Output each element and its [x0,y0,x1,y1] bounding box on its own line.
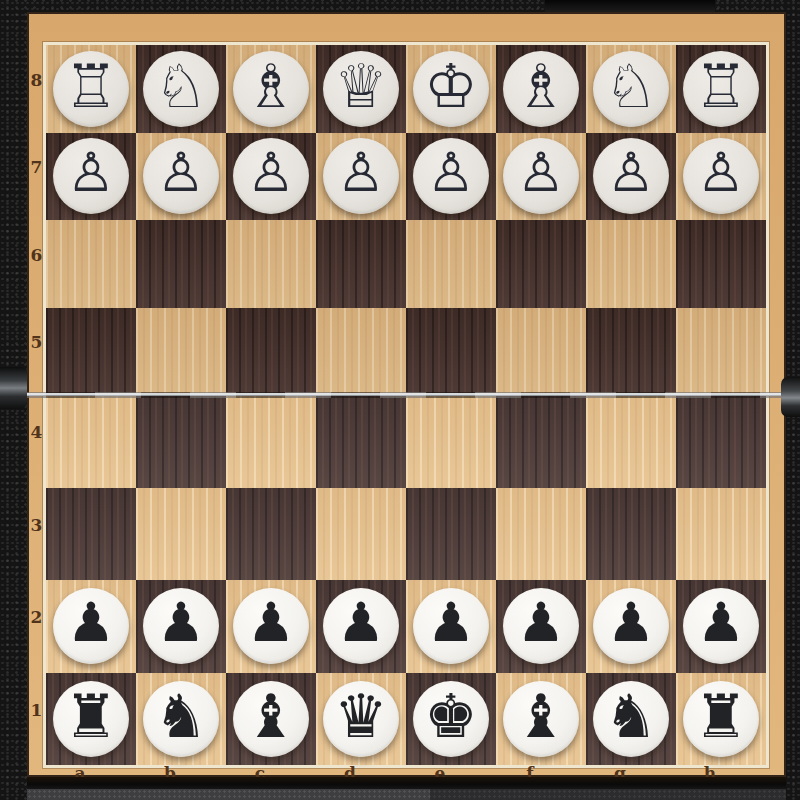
square-a3[interactable] [46,488,136,581]
square-c1[interactable]: ♝ [226,673,316,766]
square-d8[interactable]: ♕ [316,45,406,133]
square-f1[interactable]: ♝ [496,673,586,766]
square-b8[interactable]: ♘ [136,45,226,133]
piece-black-knight-b1[interactable]: ♞ [143,681,219,757]
piece-black-bishop-c1[interactable]: ♝ [233,681,309,757]
piece-white-pawn-h7[interactable]: ♙ [683,138,759,214]
square-d2[interactable]: ♟ [316,580,406,673]
piece-white-king-e8[interactable]: ♔ [413,51,489,127]
piece-glyph: ♝ [514,686,568,746]
board-squares: ♖♘♗♕♔♗♘♖♙♙♙♙♙♙♙♙♟♟♟♟♟♟♟♟♜♞♝♛♚♝♞♜ [46,45,766,765]
piece-white-rook-a8[interactable]: ♖ [53,51,129,127]
square-b3[interactable] [136,488,226,581]
rank-label-7: 7 [27,124,46,212]
rank-label-6: 6 [27,211,46,299]
piece-white-knight-b8[interactable]: ♘ [143,51,219,127]
case-latch [545,0,715,12]
square-b4[interactable] [136,395,226,488]
piece-glyph: ♛ [334,686,388,746]
piece-black-pawn-b2[interactable]: ♟ [143,588,219,664]
piece-glyph: ♞ [604,686,658,746]
square-e7[interactable]: ♙ [406,133,496,221]
piece-white-pawn-d7[interactable]: ♙ [323,138,399,214]
square-c7[interactable]: ♙ [226,133,316,221]
piece-glyph: ♙ [697,146,745,200]
piece-white-pawn-a7[interactable]: ♙ [53,138,129,214]
square-d7[interactable]: ♙ [316,133,406,221]
piece-glyph: ♜ [694,686,748,746]
square-h5[interactable] [676,308,766,396]
piece-glyph: ♙ [427,146,475,200]
square-g4[interactable] [586,395,676,488]
piece-black-bishop-f1[interactable]: ♝ [503,681,579,757]
square-a8[interactable]: ♖ [46,45,136,133]
square-b2[interactable]: ♟ [136,580,226,673]
piece-glyph: ♙ [607,146,655,200]
rank-label-8: 8 [27,36,46,124]
piece-glyph: ♖ [64,56,118,116]
square-a4[interactable] [46,395,136,488]
piece-glyph: ♗ [244,56,298,116]
square-g1[interactable]: ♞ [586,673,676,766]
square-b7[interactable]: ♙ [136,133,226,221]
rank-label-1: 1 [27,664,46,757]
piece-white-pawn-b7[interactable]: ♙ [143,138,219,214]
board-bottom-edge [27,777,786,789]
square-f8[interactable]: ♗ [496,45,586,133]
piece-black-king-e1[interactable]: ♚ [413,681,489,757]
piece-black-pawn-f2[interactable]: ♟ [503,588,579,664]
piece-black-queen-d1[interactable]: ♛ [323,681,399,757]
piece-glyph: ♜ [64,686,118,746]
piece-white-pawn-f7[interactable]: ♙ [503,138,579,214]
square-e1[interactable]: ♚ [406,673,496,766]
piece-glyph: ♟ [607,596,655,650]
piece-glyph: ♘ [154,56,208,116]
piece-glyph: ♔ [424,56,478,116]
piece-white-pawn-g7[interactable]: ♙ [593,138,669,214]
square-c5[interactable] [226,308,316,396]
square-a6[interactable] [46,220,136,308]
square-f4[interactable] [496,395,586,488]
rank-labels: 87654321 [27,45,46,765]
square-f7[interactable]: ♙ [496,133,586,221]
square-e4[interactable] [406,395,496,488]
square-h4[interactable] [676,395,766,488]
piece-glyph: ♙ [337,146,385,200]
piece-glyph: ♙ [67,146,115,200]
square-a2[interactable]: ♟ [46,580,136,673]
piece-black-pawn-g2[interactable]: ♟ [593,588,669,664]
square-e5[interactable] [406,308,496,396]
square-g3[interactable] [586,488,676,581]
square-b1[interactable]: ♞ [136,673,226,766]
square-h7[interactable]: ♙ [676,133,766,221]
square-g5[interactable] [586,308,676,396]
piece-white-queen-d8[interactable]: ♕ [323,51,399,127]
square-e3[interactable] [406,488,496,581]
square-e6[interactable] [406,220,496,308]
square-d6[interactable] [316,220,406,308]
hinge-right-icon [781,377,800,417]
square-f6[interactable] [496,220,586,308]
square-f5[interactable] [496,308,586,396]
piece-black-rook-a1[interactable]: ♜ [53,681,129,757]
piece-black-pawn-a2[interactable]: ♟ [53,588,129,664]
square-h3[interactable] [676,488,766,581]
square-f3[interactable] [496,488,586,581]
square-h8[interactable]: ♖ [676,45,766,133]
square-e2[interactable]: ♟ [406,580,496,673]
square-d3[interactable] [316,488,406,581]
square-g2[interactable]: ♟ [586,580,676,673]
piece-glyph: ♘ [604,56,658,116]
square-g6[interactable] [586,220,676,308]
piece-black-pawn-d2[interactable]: ♟ [323,588,399,664]
rank-label-5: 5 [27,299,46,387]
piece-white-rook-h8[interactable]: ♖ [683,51,759,127]
piece-white-pawn-e7[interactable]: ♙ [413,138,489,214]
rank-label-2: 2 [27,571,46,664]
piece-glyph: ♙ [247,146,295,200]
piece-glyph: ♟ [427,596,475,650]
square-g8[interactable]: ♘ [586,45,676,133]
fold-hinge-line [0,392,800,398]
piece-white-pawn-c7[interactable]: ♙ [233,138,309,214]
square-c2[interactable]: ♟ [226,580,316,673]
piece-black-knight-g1[interactable]: ♞ [593,681,669,757]
board-shadow [430,789,786,800]
piece-white-bishop-f8[interactable]: ♗ [503,51,579,127]
piece-glyph: ♞ [154,686,208,746]
chess-set-photo: ♖♘♗♕♔♗♘♖♙♙♙♙♙♙♙♙♟♟♟♟♟♟♟♟♜♞♝♛♚♝♞♜ 8765432… [0,0,800,800]
square-h6[interactable] [676,220,766,308]
square-b6[interactable] [136,220,226,308]
square-h2[interactable]: ♟ [676,580,766,673]
square-d5[interactable] [316,308,406,396]
file-labels: abcdefgh [46,763,766,778]
square-h1[interactable]: ♜ [676,673,766,766]
piece-glyph: ♟ [337,596,385,650]
square-c8[interactable]: ♗ [226,45,316,133]
square-c6[interactable] [226,220,316,308]
piece-glyph: ♙ [157,146,205,200]
piece-glyph: ♙ [517,146,565,200]
square-a5[interactable] [46,308,136,396]
piece-white-bishop-c8[interactable]: ♗ [233,51,309,127]
piece-white-knight-g8[interactable]: ♘ [593,51,669,127]
piece-glyph: ♖ [694,56,748,116]
square-g7[interactable]: ♙ [586,133,676,221]
piece-glyph: ♗ [514,56,568,116]
rank-label-4: 4 [27,386,46,479]
square-d1[interactable]: ♛ [316,673,406,766]
hinge-left-icon [0,367,27,409]
piece-glyph: ♚ [424,686,478,746]
rank-label-3: 3 [27,479,46,572]
square-c3[interactable] [226,488,316,581]
square-f2[interactable]: ♟ [496,580,586,673]
piece-glyph: ♟ [157,596,205,650]
piece-black-rook-h1[interactable]: ♜ [683,681,759,757]
piece-black-pawn-h2[interactable]: ♟ [683,588,759,664]
piece-glyph: ♕ [334,56,388,116]
square-b5[interactable] [136,308,226,396]
piece-glyph: ♟ [697,596,745,650]
square-a7[interactable]: ♙ [46,133,136,221]
square-c4[interactable] [226,395,316,488]
square-e8[interactable]: ♔ [406,45,496,133]
piece-black-pawn-c2[interactable]: ♟ [233,588,309,664]
piece-glyph: ♟ [247,596,295,650]
square-d4[interactable] [316,395,406,488]
square-a1[interactable]: ♜ [46,673,136,766]
piece-glyph: ♟ [517,596,565,650]
piece-black-pawn-e2[interactable]: ♟ [413,588,489,664]
piece-glyph: ♟ [67,596,115,650]
piece-glyph: ♝ [244,686,298,746]
